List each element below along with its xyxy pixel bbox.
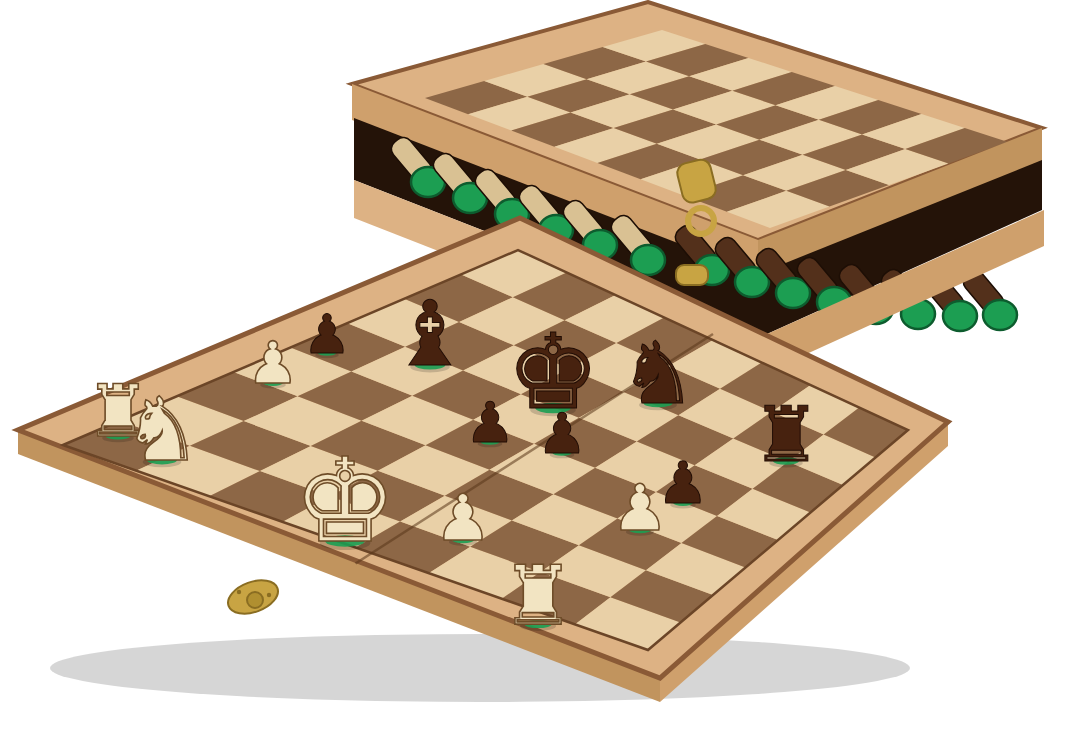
black-bishop-b6[interactable]: ♝ (390, 281, 471, 386)
stored-white-piece-6-felt (631, 245, 665, 275)
stored-black-piece-3-felt (776, 278, 810, 308)
board-latch-knob (247, 592, 263, 608)
white-rook-g2[interactable]: ♜ (501, 548, 575, 643)
box-base-latch-plate (676, 265, 708, 285)
white-pawn-g4[interactable]: ♟ (611, 471, 668, 545)
black-knight-e7[interactable]: ♞ (619, 323, 696, 423)
white-king-e2[interactable]: ♚ (293, 433, 397, 568)
board-latch-screw-right (267, 593, 271, 597)
black-pawn-c7[interactable]: ♟ (303, 303, 351, 366)
stored-black-piece-8-felt (983, 300, 1017, 330)
chess-set-scene: ♟♝♟♞♚♜♟♟♞♜♟♟♟♚♜ (0, 0, 1080, 755)
black-rook-h6[interactable]: ♜ (752, 390, 820, 479)
white-pawn-f3[interactable]: ♟ (434, 481, 491, 555)
black-pawn-c5[interactable]: ♟ (465, 390, 515, 455)
board-shadow (50, 634, 910, 702)
white-pawn-b5[interactable]: ♟ (247, 329, 299, 397)
product-photo: ♟♝♟♞♚♜♟♟♞♜♟♟♟♚♜ (0, 0, 1080, 755)
stored-black-piece-7-felt (943, 301, 977, 331)
white-knight-b2[interactable]: ♞ (123, 378, 202, 481)
board-latch-screw-left (237, 590, 241, 594)
black-pawn-d5[interactable]: ♟ (537, 401, 587, 466)
